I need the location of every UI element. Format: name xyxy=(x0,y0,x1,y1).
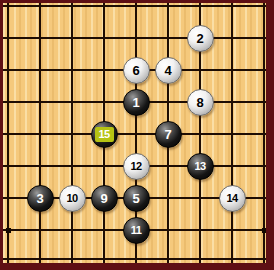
stone-number-label: 7 xyxy=(164,128,171,141)
go-diagram: 123456789101112131415 xyxy=(0,0,274,270)
stone-number-label: 14 xyxy=(226,193,237,204)
stone-number-label: 3 xyxy=(36,192,43,205)
stone-number-label: 12 xyxy=(130,161,141,172)
stone-number-label: 1 xyxy=(132,96,139,109)
stone-white-4[interactable]: 4 xyxy=(155,57,182,84)
stone-white-14[interactable]: 14 xyxy=(219,185,246,212)
stone-black-5[interactable]: 5 xyxy=(123,185,150,212)
go-board-frame: 123456789101112131415 xyxy=(0,0,274,270)
stone-number-label: 4 xyxy=(164,64,171,77)
star-point xyxy=(262,228,267,233)
grid-line-h-2 xyxy=(3,37,266,39)
last-move-highlight: 15 xyxy=(95,127,114,142)
stone-number-label: 11 xyxy=(131,225,142,236)
stone-number-label: 2 xyxy=(196,32,203,45)
go-board[interactable]: 123456789101112131415 xyxy=(3,3,266,263)
stone-black-9[interactable]: 9 xyxy=(91,185,118,212)
stone-black-7[interactable]: 7 xyxy=(155,121,182,148)
stone-number-label: 10 xyxy=(66,193,77,204)
grid-line-h-1 xyxy=(3,5,266,7)
stone-black-3[interactable]: 3 xyxy=(27,185,54,212)
stone-number-label: 8 xyxy=(196,96,203,109)
stone-number-label: 6 xyxy=(132,64,139,77)
stone-white-12[interactable]: 12 xyxy=(123,153,150,180)
stone-white-2[interactable]: 2 xyxy=(187,25,214,52)
stone-white-8[interactable]: 8 xyxy=(187,89,214,116)
stone-number-label: 9 xyxy=(100,192,107,205)
stone-white-6[interactable]: 6 xyxy=(123,57,150,84)
stone-white-10[interactable]: 10 xyxy=(59,185,86,212)
star-point xyxy=(6,228,11,233)
stone-black-1[interactable]: 1 xyxy=(123,89,150,116)
stone-black-11[interactable]: 11 xyxy=(123,217,150,244)
grid-line-h-5 xyxy=(3,133,266,135)
stone-number-label: 5 xyxy=(132,192,139,205)
stone-black-13[interactable]: 13 xyxy=(187,153,214,180)
stone-number-label: 13 xyxy=(194,161,205,172)
stone-black-15[interactable]: 15 xyxy=(91,121,118,148)
grid-line-h-9 xyxy=(3,258,266,260)
